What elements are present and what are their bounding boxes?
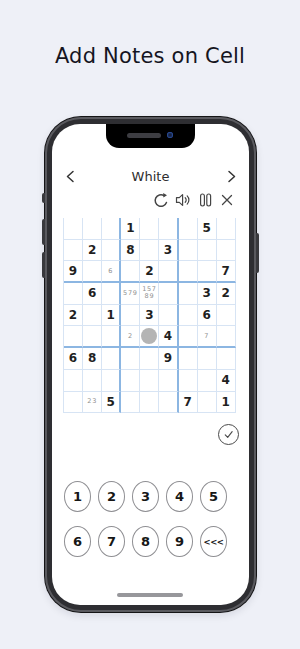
sudoku-cell-r9c9[interactable]: 1 (217, 392, 236, 414)
sudoku-cell-r6c1[interactable] (64, 326, 83, 348)
sudoku-cell-r5c7[interactable] (179, 305, 198, 327)
sudoku-cell-r9c6[interactable] (159, 392, 178, 414)
cell-value: 3 (164, 243, 172, 257)
sudoku-cell-r9c1[interactable] (64, 392, 83, 414)
puzzle-nav: White (52, 166, 249, 186)
cell-value: 4 (222, 373, 230, 387)
sudoku-cell-r7c5[interactable] (140, 348, 159, 370)
sudoku-cell-r3c1[interactable]: 9 (64, 261, 83, 283)
restart-icon (153, 192, 169, 208)
sudoku-cell-r4c4[interactable]: 579 (121, 283, 140, 305)
cell-value: 5 (203, 221, 211, 235)
phone-screen: White (52, 124, 249, 605)
sudoku-cell-r9c5[interactable] (140, 392, 159, 414)
cell-value: 5 (107, 395, 115, 409)
sudoku-cell-r1c5[interactable] (140, 218, 159, 240)
sudoku-cell-r6c6[interactable]: 4 (159, 326, 178, 348)
cell-notes: 7 (199, 333, 215, 340)
cell-value: 8 (88, 351, 96, 365)
phone-frame: White (45, 117, 256, 612)
sudoku-cell-r4c5[interactable]: 157 89 (140, 283, 159, 305)
cell-value: 2 (69, 308, 77, 322)
sudoku-cell-r4c7[interactable] (179, 283, 198, 305)
sudoku-cell-r7c6[interactable]: 9 (159, 348, 178, 370)
cell-notes: 6 (103, 268, 119, 275)
cell-notes: 23 (84, 398, 100, 405)
sudoku-cell-r2c9[interactable] (217, 240, 236, 262)
numpad-key-3[interactable]: 3 (132, 481, 159, 512)
cell-value: 3 (145, 308, 153, 322)
cell-value: 1 (126, 221, 134, 235)
sudoku-cell-r1c9[interactable] (217, 218, 236, 240)
sudoku-cell-r2c3[interactable] (102, 240, 121, 262)
speaker-grille (127, 133, 161, 138)
sudoku-cell-r8c3[interactable] (102, 370, 121, 392)
cell-value: 6 (203, 308, 211, 322)
cell-value: 6 (88, 286, 96, 300)
toolbar (152, 191, 236, 209)
cell-value: 3 (203, 286, 211, 300)
sudoku-cell-r1c2[interactable] (83, 218, 102, 240)
sound-icon (175, 192, 191, 208)
sudoku-cell-r3c9[interactable]: 7 (217, 261, 236, 283)
sudoku-cell-r4c3[interactable] (102, 283, 121, 305)
home-indicator (117, 593, 183, 597)
cell-value: 6 (69, 351, 77, 365)
sudoku-cell-r4c2[interactable]: 6 (83, 283, 102, 305)
sudoku-cell-r1c8[interactable]: 5 (198, 218, 217, 240)
numpad-key-2[interactable]: 2 (98, 481, 125, 512)
numpad-row-2: 6789<<< (64, 526, 237, 557)
cell-value: 1 (222, 395, 230, 409)
pause-icon (198, 192, 213, 208)
sudoku-cell-r5c3[interactable]: 1 (102, 305, 121, 327)
cell-value: 2 (88, 243, 96, 257)
sudoku-cell-r3c7[interactable] (179, 261, 198, 283)
sudoku-cell-r9c8[interactable] (198, 392, 217, 414)
sudoku-cell-r2c6[interactable]: 3 (159, 240, 178, 262)
sudoku-cell-r5c9[interactable] (217, 305, 236, 327)
cell-value: 7 (222, 264, 230, 278)
sudoku-cell-r8c5[interactable] (140, 370, 159, 392)
pause-button[interactable] (196, 191, 214, 209)
sudoku-cell-r5c2[interactable] (83, 305, 102, 327)
sudoku-cell-r7c7[interactable] (179, 348, 198, 370)
sudoku-cell-r6c2[interactable] (83, 326, 102, 348)
cell-value: 2 (222, 286, 230, 300)
sudoku-cell-r3c5[interactable]: 2 (140, 261, 159, 283)
cell-value: 9 (69, 264, 77, 278)
numpad-key-5[interactable]: 5 (200, 481, 227, 512)
sudoku-cell-r6c4[interactable]: 2 (121, 326, 140, 348)
sudoku-cell-r5c4[interactable] (121, 305, 140, 327)
camera-dot (167, 132, 173, 138)
sudoku-cell-r7c2[interactable]: 8 (83, 348, 102, 370)
numpad-row-1: 12345 (64, 481, 237, 512)
numpad-key-1[interactable]: 1 (64, 481, 91, 512)
page-title: Add Notes on Cell (0, 44, 300, 68)
sudoku-cell-r4c8[interactable]: 3 (198, 283, 217, 305)
sudoku-cell-r9c2[interactable]: 23 (83, 392, 102, 414)
sudoku-cell-r7c4[interactable] (121, 348, 140, 370)
cell-notes: 2 (122, 333, 138, 340)
sudoku-cell-r5c5[interactable]: 3 (140, 305, 159, 327)
sudoku-cell-r4c9[interactable]: 2 (217, 283, 236, 305)
sudoku-cell-r4c1[interactable] (64, 283, 83, 305)
numpad-key-4[interactable]: 4 (166, 481, 193, 512)
sudoku-cell-r2c1[interactable] (64, 240, 83, 262)
sudoku-cell-r3c2[interactable] (83, 261, 102, 283)
sudoku-cell-r3c6[interactable] (159, 261, 178, 283)
volume-up-button (42, 219, 45, 245)
sudoku-cell-r1c4[interactable]: 1 (121, 218, 140, 240)
sudoku-cell-r4c6[interactable] (159, 283, 178, 305)
cell-value: 4 (164, 329, 172, 343)
sudoku-cell-r8c8[interactable] (198, 370, 217, 392)
sudoku-cell-r8c2[interactable] (83, 370, 102, 392)
sudoku-cell-r5c6[interactable] (159, 305, 178, 327)
close-icon (220, 193, 234, 207)
sudoku-cell-r6c5[interactable] (140, 326, 159, 348)
page: Add Notes on Cell White (0, 0, 300, 649)
close-button[interactable] (218, 191, 236, 209)
cell-notes: 157 89 (141, 286, 157, 300)
sudoku-cell-r3c8[interactable] (198, 261, 217, 283)
touch-indicator (141, 328, 157, 344)
cell-notes: 579 (122, 290, 138, 297)
numpad-key-6[interactable]: 6 (64, 526, 91, 557)
sudoku-cell-r3c4[interactable] (121, 261, 140, 283)
sudoku-cell-r8c4[interactable] (121, 370, 140, 392)
power-button (256, 233, 259, 273)
sudoku-cell-r8c7[interactable] (179, 370, 198, 392)
sudoku-cell-r3c3[interactable]: 6 (102, 261, 121, 283)
cell-value: 9 (164, 351, 172, 365)
cell-value: 7 (183, 395, 191, 409)
check-icon (222, 428, 235, 441)
notch (106, 124, 195, 148)
mute-switch (42, 193, 45, 203)
cell-value: 8 (126, 243, 134, 257)
sudoku-cell-r7c8[interactable] (198, 348, 217, 370)
sudoku-cell-r2c4[interactable]: 8 (121, 240, 140, 262)
sudoku-cell-r2c8[interactable] (198, 240, 217, 262)
sudoku-cell-r2c5[interactable] (140, 240, 159, 262)
sudoku-cell-r6c3[interactable] (102, 326, 121, 348)
cell-value: 1 (107, 308, 115, 322)
sudoku-cell-r9c4[interactable] (121, 392, 140, 414)
sudoku-cell-r5c8[interactable]: 6 (198, 305, 217, 327)
sudoku-cell-r9c3[interactable]: 5 (102, 392, 121, 414)
sudoku-cell-r2c2[interactable]: 2 (83, 240, 102, 262)
sudoku-cell-r7c3[interactable] (102, 348, 121, 370)
check-solution-button[interactable] (218, 424, 239, 445)
puzzle-difficulty-title: White (52, 169, 249, 184)
numpad-backspace-key[interactable]: <<< (200, 526, 227, 557)
sudoku-cell-r6c9[interactable] (217, 326, 236, 348)
numpad-key-9[interactable]: 9 (166, 526, 193, 557)
numpad-key-8[interactable]: 8 (132, 526, 159, 557)
next-puzzle-button[interactable] (223, 168, 239, 184)
sudoku-cell-r6c8[interactable]: 7 (198, 326, 217, 348)
sudoku-grid: 1528396276579157 89322136247689423571 (63, 218, 236, 413)
sudoku-cell-r1c7[interactable] (179, 218, 198, 240)
sudoku-cell-r8c6[interactable] (159, 370, 178, 392)
volume-down-button (42, 252, 45, 278)
sudoku-cell-r5c1[interactable]: 2 (64, 305, 83, 327)
numpad-key-7[interactable]: 7 (98, 526, 125, 557)
sudoku-cell-r1c3[interactable] (102, 218, 121, 240)
sudoku-cell-r9c7[interactable]: 7 (179, 392, 198, 414)
numpad: 12345 6789<<< (64, 481, 237, 571)
sudoku-cell-r8c1[interactable] (64, 370, 83, 392)
sound-button[interactable] (174, 191, 192, 209)
sudoku-cell-r2c7[interactable] (179, 240, 198, 262)
chevron-right-icon (226, 170, 237, 183)
sudoku-cell-r1c1[interactable] (64, 218, 83, 240)
sudoku-cell-r6c7[interactable] (179, 326, 198, 348)
sudoku-cell-r7c9[interactable] (217, 348, 236, 370)
restart-button[interactable] (152, 191, 170, 209)
cell-value: 2 (145, 264, 153, 278)
sudoku-cell-r1c6[interactable] (159, 218, 178, 240)
sudoku-cell-r8c9[interactable]: 4 (217, 370, 236, 392)
sudoku-cell-r7c1[interactable]: 6 (64, 348, 83, 370)
